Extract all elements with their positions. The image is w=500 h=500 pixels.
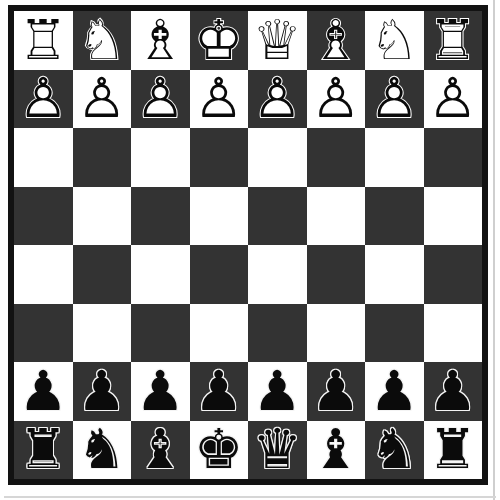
black-pawn[interactable]: ♟ [365, 362, 424, 421]
black-pawn[interactable]: ♟ [307, 362, 366, 421]
white-king[interactable]: ♚♔ [190, 11, 249, 70]
square-c8[interactable]: ♝ [307, 421, 366, 480]
piece-outline-layer: ♙ [424, 70, 483, 129]
square-g7[interactable]: ♟ [73, 362, 132, 421]
square-e8[interactable]: ♚ [190, 421, 249, 480]
square-g2[interactable]: ♟♙ [73, 70, 132, 129]
piece-outline-layer: ♗ [307, 11, 366, 70]
white-queen[interactable]: ♛♕ [248, 11, 307, 70]
square-g1[interactable]: ♞♘ [73, 11, 132, 70]
piece-outline-layer: ♘ [365, 11, 424, 70]
square-a7[interactable]: ♟ [424, 362, 483, 421]
square-c2[interactable]: ♟♙ [307, 70, 366, 129]
square-d4[interactable] [248, 187, 307, 246]
black-knight[interactable]: ♞ [365, 421, 424, 480]
square-d8[interactable]: ♛ [248, 421, 307, 480]
square-a3[interactable] [424, 128, 483, 187]
square-a1[interactable]: ♜♖ [424, 11, 483, 70]
square-c4[interactable] [307, 187, 366, 246]
black-bishop[interactable]: ♝ [307, 421, 366, 480]
black-pawn[interactable]: ♟ [248, 362, 307, 421]
square-c1[interactable]: ♝♗ [307, 11, 366, 70]
black-pawn[interactable]: ♟ [131, 362, 190, 421]
square-d7[interactable]: ♟ [248, 362, 307, 421]
piece-outline-layer: ♗ [131, 11, 190, 70]
white-pawn[interactable]: ♟♙ [248, 70, 307, 129]
square-d2[interactable]: ♟♙ [248, 70, 307, 129]
square-c7[interactable]: ♟ [307, 362, 366, 421]
piece-outline-layer: ♔ [190, 11, 249, 70]
square-h2[interactable]: ♟♙ [14, 70, 73, 129]
square-a4[interactable] [424, 187, 483, 246]
black-pawn[interactable]: ♟ [424, 362, 483, 421]
square-g3[interactable] [73, 128, 132, 187]
square-b8[interactable]: ♞ [365, 421, 424, 480]
square-h7[interactable]: ♟ [14, 362, 73, 421]
square-e2[interactable]: ♟♙ [190, 70, 249, 129]
piece-outline-layer: ♘ [73, 11, 132, 70]
square-d5[interactable] [248, 245, 307, 304]
square-f7[interactable]: ♟ [131, 362, 190, 421]
white-pawn[interactable]: ♟♙ [365, 70, 424, 129]
black-knight[interactable]: ♞ [73, 421, 132, 480]
square-b6[interactable] [365, 304, 424, 363]
piece-outline-layer: ♙ [131, 70, 190, 129]
square-h6[interactable] [14, 304, 73, 363]
square-g8[interactable]: ♞ [73, 421, 132, 480]
square-d1[interactable]: ♛♕ [248, 11, 307, 70]
page-edge-artifact-right [493, 0, 495, 500]
square-d3[interactable] [248, 128, 307, 187]
square-f1[interactable]: ♝♗ [131, 11, 190, 70]
square-g6[interactable] [73, 304, 132, 363]
square-b3[interactable] [365, 128, 424, 187]
piece-outline-layer: ♙ [73, 70, 132, 129]
square-a8[interactable]: ♜ [424, 421, 483, 480]
square-c6[interactable] [307, 304, 366, 363]
piece-outline-layer: ♙ [190, 70, 249, 129]
piece-outline-layer: ♖ [424, 11, 483, 70]
black-rook[interactable]: ♜ [424, 421, 483, 480]
square-h3[interactable] [14, 128, 73, 187]
piece-outline-layer: ♕ [248, 11, 307, 70]
square-e7[interactable]: ♟ [190, 362, 249, 421]
square-g4[interactable] [73, 187, 132, 246]
square-h4[interactable] [14, 187, 73, 246]
black-pawn[interactable]: ♟ [14, 362, 73, 421]
square-h8[interactable]: ♜ [14, 421, 73, 480]
square-f2[interactable]: ♟♙ [131, 70, 190, 129]
square-h1[interactable]: ♜♖ [14, 11, 73, 70]
square-b5[interactable] [365, 245, 424, 304]
square-f8[interactable]: ♝ [131, 421, 190, 480]
square-e5[interactable] [190, 245, 249, 304]
white-rook[interactable]: ♜♖ [14, 11, 73, 70]
square-b2[interactable]: ♟♙ [365, 70, 424, 129]
square-h5[interactable] [14, 245, 73, 304]
square-f3[interactable] [131, 128, 190, 187]
chess-board: ♜♖♞♘♝♗♚♔♛♕♝♗♞♘♜♖♟♙♟♙♟♙♟♙♟♙♟♙♟♙♟♙♟♟♟♟♟♟♟♟… [8, 5, 488, 485]
square-f4[interactable] [131, 187, 190, 246]
square-g5[interactable] [73, 245, 132, 304]
square-b4[interactable] [365, 187, 424, 246]
piece-outline-layer: ♙ [14, 70, 73, 129]
square-f5[interactable] [131, 245, 190, 304]
square-a2[interactable]: ♟♙ [424, 70, 483, 129]
square-d6[interactable] [248, 304, 307, 363]
piece-outline-layer: ♙ [307, 70, 366, 129]
square-e4[interactable] [190, 187, 249, 246]
black-queen[interactable]: ♛ [248, 421, 307, 480]
square-a6[interactable] [424, 304, 483, 363]
black-pawn[interactable]: ♟ [73, 362, 132, 421]
white-rook[interactable]: ♜♖ [424, 11, 483, 70]
white-knight[interactable]: ♞♘ [365, 11, 424, 70]
white-pawn[interactable]: ♟♙ [73, 70, 132, 129]
square-b1[interactable]: ♞♘ [365, 11, 424, 70]
piece-outline-layer: ♙ [248, 70, 307, 129]
white-bishop[interactable]: ♝♗ [307, 11, 366, 70]
black-king[interactable]: ♚ [190, 421, 249, 480]
black-pawn[interactable]: ♟ [190, 362, 249, 421]
black-bishop[interactable]: ♝ [131, 421, 190, 480]
piece-outline-layer: ♙ [365, 70, 424, 129]
square-b7[interactable]: ♟ [365, 362, 424, 421]
square-a5[interactable] [424, 245, 483, 304]
white-pawn[interactable]: ♟♙ [424, 70, 483, 129]
square-c5[interactable] [307, 245, 366, 304]
white-knight[interactable]: ♞♘ [73, 11, 132, 70]
square-c3[interactable] [307, 128, 366, 187]
piece-outline-layer: ♖ [14, 11, 73, 70]
white-pawn[interactable]: ♟♙ [307, 70, 366, 129]
black-rook[interactable]: ♜ [14, 421, 73, 480]
square-f6[interactable] [131, 304, 190, 363]
page-edge-artifact-bottom [4, 496, 496, 498]
white-pawn[interactable]: ♟♙ [14, 70, 73, 129]
square-e3[interactable] [190, 128, 249, 187]
square-e1[interactable]: ♚♔ [190, 11, 249, 70]
white-pawn[interactable]: ♟♙ [190, 70, 249, 129]
white-bishop[interactable]: ♝♗ [131, 11, 190, 70]
white-pawn[interactable]: ♟♙ [131, 70, 190, 129]
square-e6[interactable] [190, 304, 249, 363]
